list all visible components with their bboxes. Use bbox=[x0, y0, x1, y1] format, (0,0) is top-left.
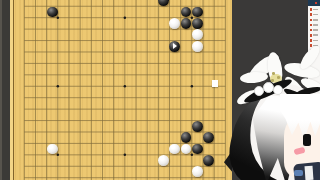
go-stone-black bbox=[192, 121, 203, 132]
go-stone-black bbox=[203, 155, 214, 166]
strip-item-text bbox=[313, 24, 318, 26]
triangle-marker bbox=[173, 43, 177, 49]
go-stone-black bbox=[181, 132, 192, 143]
flower-stamen bbox=[272, 72, 275, 75]
strip-item-marker bbox=[310, 24, 313, 27]
go-stone-black bbox=[181, 18, 192, 29]
go-stone-black bbox=[181, 7, 192, 18]
go-stone-black bbox=[203, 132, 214, 143]
go-stone-white bbox=[169, 144, 180, 155]
favicon-icon bbox=[315, 2, 318, 5]
go-stone-black bbox=[192, 18, 203, 29]
go-stone-white bbox=[192, 29, 203, 40]
left-sidebar bbox=[0, 0, 10, 180]
strip-item-text bbox=[313, 9, 318, 11]
go-stone-black bbox=[169, 41, 180, 52]
flower-stamen bbox=[271, 79, 274, 82]
square-marker bbox=[212, 80, 219, 87]
go-stone-white bbox=[169, 18, 180, 29]
go-stone-white bbox=[181, 144, 192, 155]
headdress-frill bbox=[273, 85, 283, 95]
go-stone-white bbox=[192, 166, 203, 177]
strip-item-text bbox=[313, 34, 318, 36]
strip-item-text bbox=[313, 29, 318, 31]
go-stone-black bbox=[158, 0, 169, 6]
strip-item-marker bbox=[310, 8, 313, 11]
strip-item-text bbox=[313, 40, 318, 42]
go-board[interactable] bbox=[10, 0, 232, 180]
go-stone-black bbox=[192, 7, 203, 18]
blue-badge bbox=[294, 170, 303, 176]
go-stone-white bbox=[158, 155, 169, 166]
stones-grid bbox=[19, 0, 231, 180]
go-stone-white bbox=[47, 144, 58, 155]
strip-item-marker bbox=[310, 34, 313, 37]
strip-item-marker bbox=[310, 13, 313, 16]
avatar-collar bbox=[305, 166, 314, 180]
video-frame bbox=[0, 0, 320, 180]
avatar-eye bbox=[303, 134, 311, 146]
flower-stamen bbox=[277, 76, 280, 79]
strip-item-marker bbox=[310, 19, 313, 22]
go-stone-white bbox=[192, 41, 203, 52]
strip-item-marker bbox=[310, 39, 313, 42]
strip-item-text bbox=[313, 19, 318, 21]
strip-item-text bbox=[313, 14, 318, 16]
go-stone-black bbox=[192, 144, 203, 155]
go-stone-black bbox=[47, 7, 58, 18]
strip-item-marker bbox=[310, 29, 313, 32]
